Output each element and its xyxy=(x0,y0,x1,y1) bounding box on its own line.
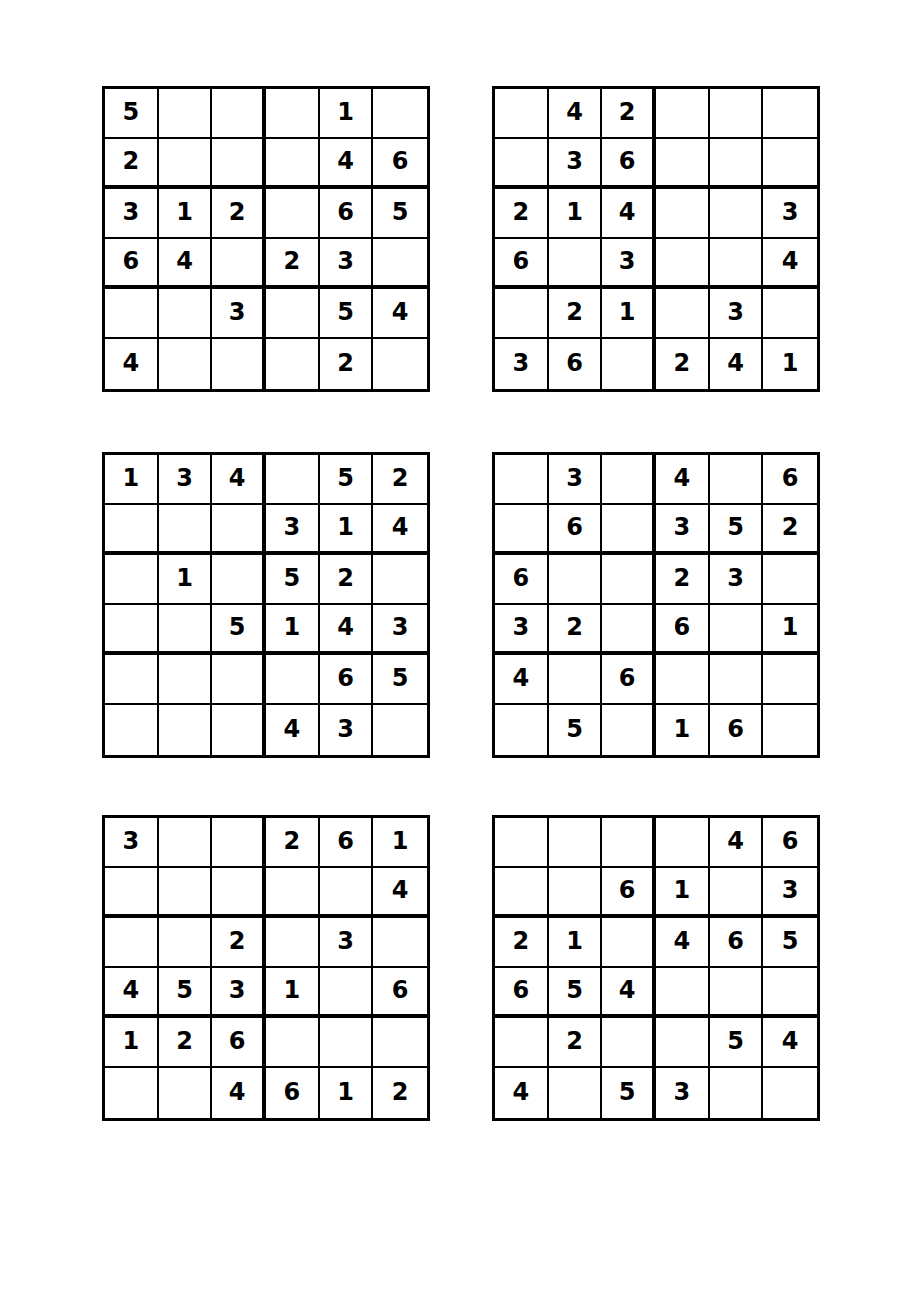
sudoku-cell-r5c5 xyxy=(320,1018,374,1068)
sudoku-cell-r5c4 xyxy=(656,289,710,339)
sudoku-cell-r2c6: 4 xyxy=(373,868,427,918)
sudoku-cell-r5c6 xyxy=(763,655,817,705)
sudoku-cell-r4c4: 2 xyxy=(266,239,320,289)
sudoku-cell-r2c2 xyxy=(159,868,213,918)
sudoku-cell-r6c2 xyxy=(159,1068,213,1118)
sudoku-cell-r5c3 xyxy=(602,1018,656,1068)
sudoku-board-1: 5124631265642335442 xyxy=(102,86,430,392)
sudoku-cell-r1c3: 4 xyxy=(212,455,266,505)
sudoku-cell-r5c5: 3 xyxy=(710,289,764,339)
sudoku-cell-r1c5: 6 xyxy=(320,818,374,868)
sudoku-cell-r2c6: 4 xyxy=(373,505,427,555)
sudoku-cell-r3c6 xyxy=(373,918,427,968)
sudoku-cell-r1c1: 5 xyxy=(105,89,159,139)
sudoku-cell-r3c5: 2 xyxy=(320,555,374,605)
sudoku-cell-r3c1: 2 xyxy=(495,189,549,239)
sudoku-cell-r3c6: 5 xyxy=(373,189,427,239)
sudoku-cell-r1c2 xyxy=(159,818,213,868)
sudoku-cell-r5c3 xyxy=(212,655,266,705)
sudoku-cell-r1c2: 3 xyxy=(159,455,213,505)
sudoku-cell-r6c3: 4 xyxy=(212,1068,266,1118)
sudoku-cell-r3c6: 3 xyxy=(763,189,817,239)
sudoku-cell-r3c6: 5 xyxy=(763,918,817,968)
sudoku-cell-r1c3 xyxy=(212,89,266,139)
sudoku-cell-r1c6: 2 xyxy=(373,455,427,505)
sudoku-cell-r6c5: 6 xyxy=(710,705,764,755)
sudoku-cell-r3c1: 2 xyxy=(495,918,549,968)
sudoku-cell-r3c4 xyxy=(266,918,320,968)
sudoku-cell-r6c2 xyxy=(159,339,213,389)
sudoku-cell-r5c2: 2 xyxy=(549,289,603,339)
sudoku-cell-r3c3 xyxy=(602,555,656,605)
sudoku-cell-r4c5 xyxy=(710,968,764,1018)
sudoku-cell-r1c3 xyxy=(602,818,656,868)
sudoku-cell-r6c1 xyxy=(105,705,159,755)
sudoku-cell-r6c1 xyxy=(495,705,549,755)
sudoku-cell-r4c6: 4 xyxy=(763,239,817,289)
sudoku-cell-r5c5: 6 xyxy=(320,655,374,705)
sudoku-cell-r3c2: 1 xyxy=(549,189,603,239)
sudoku-cell-r5c2: 2 xyxy=(159,1018,213,1068)
sudoku-cell-r5c5: 5 xyxy=(710,1018,764,1068)
sudoku-cell-r6c5: 3 xyxy=(320,705,374,755)
sudoku-cell-r3c1: 6 xyxy=(495,555,549,605)
sudoku-cell-r3c4: 2 xyxy=(656,555,710,605)
sudoku-cell-r6c4: 1 xyxy=(656,705,710,755)
sudoku-cell-r4c5: 3 xyxy=(320,239,374,289)
sudoku-cell-r2c3 xyxy=(212,868,266,918)
sudoku-cell-r1c4 xyxy=(266,455,320,505)
sudoku-cell-r3c3: 4 xyxy=(602,189,656,239)
sudoku-cell-r2c1 xyxy=(495,868,549,918)
sudoku-cell-r1c5 xyxy=(710,455,764,505)
sudoku-cell-r2c1 xyxy=(495,505,549,555)
sudoku-cell-r2c2: 3 xyxy=(549,139,603,189)
sudoku-cell-r3c2: 1 xyxy=(159,555,213,605)
sudoku-cell-r1c2: 3 xyxy=(549,455,603,505)
sudoku-cell-r6c2: 5 xyxy=(549,705,603,755)
sudoku-cell-r2c5 xyxy=(710,139,764,189)
sudoku-cell-r6c3 xyxy=(212,339,266,389)
sudoku-cell-r3c6 xyxy=(763,555,817,605)
sudoku-cell-r2c4 xyxy=(656,139,710,189)
sudoku-cell-r5c6: 5 xyxy=(373,655,427,705)
sudoku-cell-r4c2: 5 xyxy=(549,968,603,1018)
sudoku-cell-r5c1 xyxy=(495,1018,549,1068)
sudoku-cell-r6c5: 4 xyxy=(710,339,764,389)
sudoku-cell-r6c6: 2 xyxy=(373,1068,427,1118)
sudoku-cell-r2c2 xyxy=(549,868,603,918)
sudoku-board-6: 4661321465654254453 xyxy=(492,815,820,1121)
sudoku-cell-r5c4 xyxy=(656,655,710,705)
sudoku-cell-r3c4: 4 xyxy=(656,918,710,968)
sudoku-cell-r6c1: 4 xyxy=(495,1068,549,1118)
sudoku-cell-r4c1: 3 xyxy=(495,605,549,655)
sudoku-cell-r1c6 xyxy=(763,89,817,139)
sudoku-cell-r4c6 xyxy=(373,239,427,289)
sudoku-cell-r1c6 xyxy=(373,89,427,139)
sudoku-cell-r3c2: 1 xyxy=(159,189,213,239)
sudoku-cell-r1c4 xyxy=(266,89,320,139)
sudoku-cell-r5c1 xyxy=(495,289,549,339)
sudoku-cell-r4c5 xyxy=(320,968,374,1018)
sudoku-cell-r2c4: 3 xyxy=(656,505,710,555)
sudoku-cell-r5c3: 1 xyxy=(602,289,656,339)
sudoku-cell-r6c4 xyxy=(266,339,320,389)
sudoku-cell-r6c1: 3 xyxy=(495,339,549,389)
sudoku-cell-r4c3: 5 xyxy=(212,605,266,655)
sudoku-cell-r1c4 xyxy=(656,89,710,139)
sudoku-cell-r4c6: 3 xyxy=(373,605,427,655)
sudoku-cell-r2c1: 2 xyxy=(105,139,159,189)
sudoku-cell-r4c1 xyxy=(105,605,159,655)
sudoku-cell-r1c5: 5 xyxy=(320,455,374,505)
sudoku-cell-r6c2: 6 xyxy=(549,339,603,389)
sudoku-cell-r3c2: 1 xyxy=(549,918,603,968)
sudoku-cell-r2c5 xyxy=(710,868,764,918)
sudoku-cell-r4c1: 4 xyxy=(105,968,159,1018)
sudoku-cell-r6c5 xyxy=(710,1068,764,1118)
sudoku-cell-r4c2 xyxy=(549,239,603,289)
sudoku-cell-r1c6: 6 xyxy=(763,818,817,868)
sudoku-cell-r5c1: 4 xyxy=(495,655,549,705)
sudoku-cell-r3c5: 3 xyxy=(710,555,764,605)
sudoku-cell-r6c3 xyxy=(602,705,656,755)
sudoku-cell-r4c2: 4 xyxy=(159,239,213,289)
sudoku-cell-r6c2 xyxy=(549,1068,603,1118)
sudoku-cell-r4c2: 5 xyxy=(159,968,213,1018)
sudoku-cell-r4c4: 1 xyxy=(266,968,320,1018)
sudoku-cell-r2c4 xyxy=(266,139,320,189)
sudoku-cell-r1c3: 2 xyxy=(602,89,656,139)
sudoku-cell-r4c1: 6 xyxy=(495,239,549,289)
sudoku-cell-r4c4 xyxy=(656,968,710,1018)
sudoku-cell-r5c4 xyxy=(266,289,320,339)
sudoku-cell-r2c6: 3 xyxy=(763,868,817,918)
sudoku-cell-r2c3: 6 xyxy=(602,139,656,189)
sudoku-board-2: 4236214363421336241 xyxy=(492,86,820,392)
sudoku-cell-r5c3: 6 xyxy=(602,655,656,705)
sudoku-cell-r3c3: 2 xyxy=(212,918,266,968)
sudoku-cell-r1c1 xyxy=(495,455,549,505)
sudoku-board-4: 3466352623326146516 xyxy=(492,452,820,758)
sudoku-cell-r4c3 xyxy=(212,239,266,289)
sudoku-cell-r6c6 xyxy=(763,1068,817,1118)
sudoku-cell-r1c3 xyxy=(602,455,656,505)
sudoku-cell-r3c5: 3 xyxy=(320,918,374,968)
sudoku-cell-r4c3 xyxy=(602,605,656,655)
sudoku-cell-r2c3: 6 xyxy=(602,868,656,918)
sudoku-cell-r1c4: 4 xyxy=(656,455,710,505)
sudoku-cell-r4c4: 1 xyxy=(266,605,320,655)
sudoku-cell-r1c1: 1 xyxy=(105,455,159,505)
sudoku-cell-r5c1 xyxy=(105,289,159,339)
sudoku-cell-r2c3 xyxy=(212,505,266,555)
sudoku-cell-r6c6 xyxy=(373,339,427,389)
sudoku-cell-r2c3 xyxy=(602,505,656,555)
sudoku-cell-r1c3 xyxy=(212,818,266,868)
sudoku-cell-r2c5: 5 xyxy=(710,505,764,555)
sudoku-cell-r3c4 xyxy=(266,189,320,239)
sudoku-cell-r5c6 xyxy=(373,1018,427,1068)
puzzle-sheet: 5124631265642335442 4236214363421336241 … xyxy=(0,0,920,1302)
sudoku-cell-r2c4 xyxy=(266,868,320,918)
sudoku-cell-r4c6 xyxy=(763,968,817,1018)
sudoku-cell-r6c1 xyxy=(105,1068,159,1118)
sudoku-cell-r6c6: 1 xyxy=(763,339,817,389)
sudoku-cell-r4c1: 6 xyxy=(495,968,549,1018)
sudoku-cell-r1c4 xyxy=(656,818,710,868)
sudoku-board-5: 3261423453161264612 xyxy=(102,815,430,1121)
sudoku-cell-r5c3: 6 xyxy=(212,1018,266,1068)
sudoku-cell-r6c6 xyxy=(373,705,427,755)
sudoku-cell-r4c6: 1 xyxy=(763,605,817,655)
sudoku-cell-r6c5: 1 xyxy=(320,1068,374,1118)
sudoku-cell-r2c2: 6 xyxy=(549,505,603,555)
sudoku-cell-r5c4 xyxy=(266,1018,320,1068)
sudoku-cell-r5c3: 3 xyxy=(212,289,266,339)
sudoku-cell-r3c1 xyxy=(105,918,159,968)
sudoku-cell-r3c2 xyxy=(159,918,213,968)
sudoku-cell-r4c6: 6 xyxy=(373,968,427,1018)
sudoku-cell-r3c3: 2 xyxy=(212,189,266,239)
sudoku-cell-r2c3 xyxy=(212,139,266,189)
sudoku-cell-r4c5 xyxy=(710,605,764,655)
sudoku-cell-r5c5: 5 xyxy=(320,289,374,339)
sudoku-cell-r2c1 xyxy=(105,505,159,555)
sudoku-cell-r2c1 xyxy=(105,868,159,918)
sudoku-cell-r1c6: 1 xyxy=(373,818,427,868)
sudoku-cell-r6c6 xyxy=(763,705,817,755)
sudoku-cell-r3c6 xyxy=(373,555,427,605)
sudoku-cell-r2c6: 2 xyxy=(763,505,817,555)
sudoku-cell-r1c4: 2 xyxy=(266,818,320,868)
sudoku-cell-r4c4 xyxy=(656,239,710,289)
sudoku-cell-r6c3 xyxy=(212,705,266,755)
sudoku-cell-r3c5: 6 xyxy=(320,189,374,239)
sudoku-board-3: 1345231415251436543 xyxy=(102,452,430,758)
sudoku-cell-r5c4 xyxy=(266,655,320,705)
sudoku-cell-r1c1 xyxy=(495,89,549,139)
sudoku-cell-r4c3: 4 xyxy=(602,968,656,1018)
sudoku-cell-r5c1 xyxy=(105,655,159,705)
sudoku-cell-r3c5 xyxy=(710,189,764,239)
sudoku-cell-r5c6: 4 xyxy=(373,289,427,339)
sudoku-cell-r3c3 xyxy=(212,555,266,605)
sudoku-cell-r5c4 xyxy=(656,1018,710,1068)
sudoku-cell-r6c3: 5 xyxy=(602,1068,656,1118)
sudoku-cell-r4c3: 3 xyxy=(212,968,266,1018)
sudoku-cell-r1c2 xyxy=(159,89,213,139)
sudoku-cell-r6c2 xyxy=(159,705,213,755)
sudoku-cell-r6c5: 2 xyxy=(320,339,374,389)
sudoku-cell-r5c6 xyxy=(763,289,817,339)
sudoku-cell-r1c2 xyxy=(549,818,603,868)
sudoku-cell-r2c5: 1 xyxy=(320,505,374,555)
sudoku-cell-r3c5: 6 xyxy=(710,918,764,968)
sudoku-cell-r5c2 xyxy=(159,289,213,339)
sudoku-cell-r1c5: 4 xyxy=(710,818,764,868)
sudoku-cell-r3c1: 3 xyxy=(105,189,159,239)
sudoku-cell-r5c5 xyxy=(710,655,764,705)
sudoku-cell-r6c4: 2 xyxy=(656,339,710,389)
sudoku-cell-r6c4: 4 xyxy=(266,705,320,755)
sudoku-cell-r3c4: 5 xyxy=(266,555,320,605)
sudoku-cell-r2c2 xyxy=(159,505,213,555)
sudoku-cell-r6c1: 4 xyxy=(105,339,159,389)
sudoku-cell-r1c5 xyxy=(710,89,764,139)
sudoku-cell-r4c5: 4 xyxy=(320,605,374,655)
sudoku-cell-r4c2 xyxy=(159,605,213,655)
sudoku-cell-r5c2 xyxy=(549,655,603,705)
sudoku-cell-r1c2: 4 xyxy=(549,89,603,139)
sudoku-cell-r2c6 xyxy=(763,139,817,189)
sudoku-cell-r4c5 xyxy=(710,239,764,289)
sudoku-cell-r6c3 xyxy=(602,339,656,389)
sudoku-cell-r6c4: 3 xyxy=(656,1068,710,1118)
sudoku-cell-r4c3: 3 xyxy=(602,239,656,289)
sudoku-cell-r2c2 xyxy=(159,139,213,189)
sudoku-cell-r6c4: 6 xyxy=(266,1068,320,1118)
sudoku-cell-r3c2 xyxy=(549,555,603,605)
sudoku-cell-r2c5 xyxy=(320,868,374,918)
sudoku-cell-r2c4: 3 xyxy=(266,505,320,555)
sudoku-cell-r5c2 xyxy=(159,655,213,705)
sudoku-cell-r4c2: 2 xyxy=(549,605,603,655)
sudoku-cell-r2c4: 1 xyxy=(656,868,710,918)
sudoku-cell-r5c2: 2 xyxy=(549,1018,603,1068)
sudoku-cell-r1c1 xyxy=(495,818,549,868)
sudoku-cell-r2c1 xyxy=(495,139,549,189)
sudoku-cell-r3c1 xyxy=(105,555,159,605)
sudoku-cell-r2c5: 4 xyxy=(320,139,374,189)
sudoku-cell-r1c1: 3 xyxy=(105,818,159,868)
sudoku-cell-r3c3 xyxy=(602,918,656,968)
sudoku-cell-r4c4: 6 xyxy=(656,605,710,655)
sudoku-cell-r1c6: 6 xyxy=(763,455,817,505)
sudoku-cell-r5c1: 1 xyxy=(105,1018,159,1068)
sudoku-cell-r4c1: 6 xyxy=(105,239,159,289)
sudoku-cell-r2c6: 6 xyxy=(373,139,427,189)
sudoku-cell-r1c5: 1 xyxy=(320,89,374,139)
sudoku-cell-r3c4 xyxy=(656,189,710,239)
sudoku-cell-r5c6: 4 xyxy=(763,1018,817,1068)
